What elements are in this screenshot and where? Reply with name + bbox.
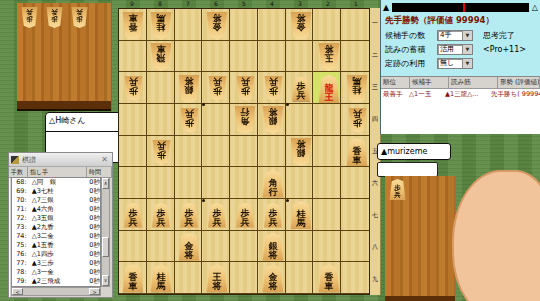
kifu-row-77[interactable]: 77:▲3三歩0秒 [12, 259, 100, 268]
file-label-2: 2 [314, 0, 342, 8]
piece-kanji: 兵 [213, 218, 222, 227]
board-square-4-1[interactable] [258, 9, 286, 41]
piece-kanji: 飛 [157, 53, 166, 62]
kifu-window-icon [11, 156, 19, 164]
board-square-9-5[interactable] [119, 136, 147, 168]
kifu-vertical-scrollbar[interactable]: ∧ ∨ [101, 177, 110, 287]
board-square-5-1[interactable] [230, 9, 258, 41]
piece-kanji: 歩 [185, 118, 194, 127]
kifu-row-76[interactable]: 76:△1四歩0秒 [12, 250, 100, 259]
setting-joseki: 定跡の利用 無し ▼ [381, 56, 540, 70]
hoshi-dot-3 [202, 199, 205, 202]
kifu-move-number: 74: [12, 232, 28, 241]
kifu-move-number: 71: [12, 205, 28, 214]
gote-hand-pieces: 歩兵歩兵歩兵 [17, 3, 111, 28]
gote-piece-stand: 歩兵歩兵歩兵 [17, 3, 111, 109]
piece-kanji: 兵 [157, 141, 166, 150]
piece-kanji: 馬 [157, 13, 166, 22]
kifu-horizontal-scrollbar[interactable]: < > [11, 287, 101, 296]
piece-kanji: 馬 [353, 76, 362, 85]
file-label-4: 4 [258, 0, 286, 8]
kifu-move-text: ▲3七桂 [28, 187, 83, 196]
rank-label-2: 二 [370, 40, 380, 72]
accumulation-value: 活用 [438, 44, 462, 54]
kifu-window: 棋譜 ✕ 手数 指し手 時間 68:△同 銀0秒69:▲3七桂0秒70:△7三銀… [8, 152, 113, 298]
board-square-3-6[interactable] [286, 167, 314, 199]
file-label-3: 3 [286, 0, 314, 8]
scroll-left-icon[interactable]: < [12, 288, 23, 295]
kifu-row-72[interactable]: 72:△3五銀0秒 [12, 214, 100, 223]
piece-kanji: 兵 [26, 8, 33, 15]
piece-kanji: 歩 [26, 15, 33, 22]
piece-kanji: 兵 [269, 218, 278, 227]
analysis-panel: ▲ △ 先手勝勢（評価値 99994） 候補手の数 4手 ▼ 思考完了 読みの蓄… [380, 0, 540, 134]
kifu-move-number: 68: [12, 178, 28, 187]
hoshi-dot-1 [202, 103, 205, 106]
board-square-8-8[interactable] [147, 231, 175, 263]
kifu-move-text: △3二金 [28, 232, 83, 241]
gote-marker: △ [532, 3, 538, 12]
piece-kanji: 車 [129, 282, 138, 291]
file-label-6: 6 [202, 0, 230, 8]
piece-kanji: 行 [241, 107, 250, 116]
candidate-line: ▲1三龍△... [445, 89, 491, 100]
piece-kanji: 兵 [353, 109, 362, 118]
piece-kanji: 王 [325, 93, 334, 102]
col-rank: 順位 [381, 77, 410, 88]
hand-piece-gote-歩兵-2[interactable]: 歩兵 [46, 7, 63, 28]
piece-kanji: 兵 [185, 218, 194, 227]
board-square-6-5[interactable] [202, 136, 230, 168]
setting-accumulation: 読みの蓄積 活用 ▼ <Pro+11> [381, 42, 540, 56]
candidate-rank: 最善手 [381, 89, 409, 100]
kifu-row-71[interactable]: 71:▲4六角0秒 [12, 205, 100, 214]
gote-player-name: △H崎さん [46, 113, 122, 132]
kifu-move-text: ▲1五香 [28, 241, 83, 250]
piece-kanji: 桂 [353, 85, 362, 94]
piece-kanji: 兵 [185, 109, 194, 118]
kifu-row-78[interactable]: 78:△3一金0秒 [12, 268, 100, 277]
col-line: 読み筋 [449, 77, 498, 88]
board-square-1-1[interactable] [341, 9, 369, 41]
board-file-labels: 987654321 [118, 0, 370, 8]
board-square-8-4[interactable] [147, 104, 175, 136]
board-square-4-5[interactable] [258, 136, 286, 168]
chevron-down-icon[interactable]: ▼ [462, 59, 472, 68]
joseki-dropdown[interactable]: 無し ▼ [437, 58, 473, 69]
piece-kanji: 将 [213, 13, 222, 22]
kifu-move-time: 0秒 [82, 205, 100, 214]
piece-kanji: 玉 [325, 53, 334, 62]
evaluation-text: 先手勝勢（評価値 99994） [381, 12, 540, 28]
piece-kanji: 将 [185, 76, 194, 85]
kifu-move-time: 0秒 [82, 241, 100, 250]
board-square-4-2[interactable] [258, 41, 286, 73]
piece-kanji: 歩 [76, 15, 83, 22]
piece-kanji: 車 [325, 282, 334, 291]
rank-label-7: 七 [370, 199, 380, 231]
piece-kanji: 兵 [241, 77, 250, 86]
kifu-move-text: ▲3三歩 [28, 259, 83, 268]
board-square-8-6[interactable] [147, 167, 175, 199]
board-square-1-6[interactable] [341, 167, 369, 199]
file-label-9: 9 [118, 0, 146, 8]
setting-candidates-label: 候補手の数 [385, 30, 437, 41]
board-square-9-4[interactable] [119, 104, 147, 136]
piece-kanji: 銀 [269, 116, 278, 125]
kifu-move-time: 0秒 [82, 232, 100, 241]
piece-kanji: 将 [325, 44, 334, 53]
board-square-2-5[interactable] [313, 136, 341, 168]
setting-accumulation-label: 読みの蓄積 [385, 44, 437, 55]
piece-kanji: 馬 [297, 219, 306, 228]
hoshi-dot-4 [286, 199, 289, 202]
board-square-2-4[interactable] [313, 104, 341, 136]
piece-kanji: 兵 [297, 91, 306, 100]
sente-name-box: ▲murizeme [377, 143, 451, 160]
kifu-move-text: △同 銀 [28, 178, 83, 187]
evaluation-marker [463, 3, 465, 12]
kifu-move-time: 0秒 [82, 268, 100, 277]
piece-kanji: 車 [157, 44, 166, 53]
kifu-row-68[interactable]: 68:△同 銀0秒 [12, 178, 100, 187]
scroll-right-icon[interactable]: > [89, 288, 100, 295]
col-candidate: 候補手 [410, 77, 449, 88]
kifu-move-list[interactable]: 68:△同 銀0秒69:▲3七桂0秒70:△7三銀0秒71:▲4六角0秒72:△… [11, 177, 101, 287]
piece-kanji: 角 [241, 116, 250, 125]
piece-kanji: 兵 [76, 8, 83, 15]
kifu-move-text: △7三銀 [28, 196, 83, 205]
piece-kanji: 車 [353, 156, 362, 165]
piece-kanji: 兵 [269, 77, 278, 86]
board-square-2-7[interactable] [313, 199, 341, 231]
hand-piece-gote-歩兵-1[interactable]: 歩兵 [21, 7, 38, 28]
setting-candidates: 候補手の数 4手 ▼ 思考完了 [381, 28, 540, 42]
piece-kanji: 歩 [241, 86, 250, 95]
kifu-row-75[interactable]: 75:▲1五香0秒 [12, 241, 100, 250]
board-square-8-3[interactable] [147, 72, 175, 104]
piece-kanji: 将 [213, 282, 222, 291]
kifu-row-70[interactable]: 70:△7三銀0秒 [12, 196, 100, 205]
candidate-table-header: 順位 候補手 読み筋 形勢 (評価値) [381, 77, 540, 89]
scrollbar-thumb[interactable] [102, 237, 109, 257]
piece-kanji: 香 [129, 22, 138, 31]
board-square-9-6[interactable] [119, 167, 147, 199]
kifu-row-69[interactable]: 69:▲3七桂0秒 [12, 187, 100, 196]
sente-player-name: ▲murizeme [378, 144, 450, 159]
rank-label-9: 九 [370, 263, 380, 295]
kifu-col-move: 指し手 [28, 167, 87, 177]
kifu-move-number: 78: [12, 268, 28, 277]
rank-label-3: 三 [370, 72, 380, 104]
kifu-row-73[interactable]: 73:▲2九香0秒 [12, 223, 100, 232]
board-square-3-9[interactable] [286, 262, 314, 294]
joseki-value: 無し [438, 58, 462, 68]
board-square-3-8[interactable] [286, 231, 314, 263]
piece-kanji: 兵 [157, 218, 166, 227]
engine-level: <Pro+11> [483, 45, 526, 54]
accumulation-dropdown[interactable]: 活用 ▼ [437, 44, 473, 55]
file-label-8: 8 [146, 0, 174, 8]
sente-info-area [377, 162, 438, 177]
board-square-6-8[interactable] [202, 231, 230, 263]
piece-kanji: 将 [185, 251, 194, 260]
piece-kanji: 兵 [241, 218, 250, 227]
file-label-1: 1 [342, 0, 370, 8]
kifu-move-number: 69: [12, 187, 28, 196]
kifu-move-time: 0秒 [82, 223, 100, 232]
board-square-6-2[interactable] [202, 41, 230, 73]
board-square-5-5[interactable] [230, 136, 258, 168]
kifu-row-79[interactable]: 79:▲2三飛成0秒 [12, 277, 100, 286]
evaluation-bar-row: ▲ △ [381, 0, 540, 12]
sente-piece-stand: 歩兵 [385, 176, 455, 301]
piece-kanji: 歩 [51, 15, 58, 22]
piece-kanji: 銀 [185, 85, 194, 94]
kifu-move-text: ▲2九香 [28, 223, 83, 232]
chevron-down-icon[interactable]: ▼ [462, 31, 472, 40]
evaluation-bar [392, 3, 529, 12]
board-square-9-2[interactable] [119, 41, 147, 73]
board-square-1-7[interactable] [341, 199, 369, 231]
piece-kanji: 歩 [213, 86, 222, 95]
kifu-col-moveno: 手数 [9, 167, 28, 177]
rank-label-8: 八 [370, 231, 380, 263]
kifu-move-number: 76: [12, 250, 28, 259]
kifu-move-time: 0秒 [82, 178, 100, 187]
kifu-move-text: ▲4六角 [28, 205, 83, 214]
kifu-move-time: 0秒 [82, 187, 100, 196]
board-square-7-5[interactable] [175, 136, 203, 168]
file-label-5: 5 [230, 0, 258, 8]
shogi-board: 香車桂馬金将金将飛車玉将歩兵銀将歩兵歩兵歩兵歩兵龍王桂馬歩兵角行銀将歩兵歩兵銀将… [118, 8, 370, 295]
kifu-window-title: 棋譜 [22, 155, 99, 165]
piece-kanji: 将 [269, 282, 278, 291]
col-eval: 形勢 (評価値) [498, 77, 540, 88]
board-square-3-2[interactable] [286, 41, 314, 73]
board-square-6-6[interactable] [202, 167, 230, 199]
candidate-move: △1一玉 [409, 89, 445, 100]
piece-kanji: 兵 [129, 218, 138, 227]
board-square-2-8[interactable] [313, 231, 341, 263]
board-square-1-8[interactable] [341, 231, 369, 263]
piece-kanji: 金 [213, 22, 222, 31]
piece-kanji: 将 [269, 107, 278, 116]
candidates-dropdown[interactable]: 4手 ▼ [437, 30, 473, 41]
scroll-up-icon[interactable]: ∧ [102, 178, 109, 189]
piece-kanji: 兵 [51, 8, 58, 15]
board-square-7-9[interactable] [175, 262, 203, 294]
kifu-move-number: 79: [12, 277, 28, 286]
piece-kanji: 兵 [213, 77, 222, 86]
hoshi-dot-2 [286, 103, 289, 106]
board-square-5-2[interactable] [230, 41, 258, 73]
board-square-1-9[interactable] [341, 262, 369, 294]
file-label-7: 7 [174, 0, 202, 8]
kifu-col-time: 時間 [87, 167, 112, 177]
piece-kanji: 桂 [157, 22, 166, 31]
piece-kanji: 金 [297, 22, 306, 31]
sente-hand-pieces: 歩兵 [385, 176, 455, 200]
board-square-5-6[interactable] [230, 167, 258, 199]
kifu-move-time: 0秒 [82, 214, 100, 223]
setting-joseki-label: 定跡の利用 [385, 58, 437, 69]
piece-kanji: 歩 [269, 86, 278, 95]
piece-kanji: 車 [129, 13, 138, 22]
kifu-move-time: 0秒 [82, 250, 100, 259]
thinking-status: 思考完了 [483, 30, 515, 41]
hand-piece-sente-歩兵-1[interactable]: 歩兵 [389, 179, 406, 200]
piece-kanji: 将 [297, 13, 306, 22]
avatar [452, 170, 540, 301]
hand-piece-gote-歩兵-3[interactable]: 歩兵 [71, 7, 88, 28]
kifu-move-number: 75: [12, 241, 28, 250]
kifu-move-text: △3五銀 [28, 214, 83, 223]
candidates-value: 4手 [438, 30, 462, 40]
board-square-6-4[interactable] [202, 104, 230, 136]
kifu-move-number: 72: [12, 214, 28, 223]
scroll-down-icon[interactable]: ∨ [102, 275, 109, 286]
kifu-move-number: 73: [12, 223, 28, 232]
rank-label-1: 一 [370, 8, 380, 40]
candidate-eval: 先手勝ち( 99994) [491, 89, 540, 100]
piece-kanji: 行 [269, 188, 278, 197]
board-square-2-6[interactable] [313, 167, 341, 199]
piece-kanji: 兵 [394, 192, 401, 199]
kifu-move-time: 0秒 [82, 196, 100, 205]
kifu-move-text: △3一金 [28, 268, 83, 277]
candidate-table: 順位 候補手 読み筋 形勢 (評価値) 最善手 △1一玉 ▲1三龍△... 先手… [381, 76, 540, 134]
board-square-3-4[interactable] [286, 104, 314, 136]
kifu-move-time: 0秒 [82, 259, 100, 268]
board-square-9-8[interactable] [119, 231, 147, 263]
kifu-move-text: ▲2三飛成 [28, 277, 83, 286]
kifu-row-74[interactable]: 74:△3二金0秒 [12, 232, 100, 241]
board-square-7-1[interactable] [175, 9, 203, 41]
board-square-2-1[interactable] [313, 9, 341, 41]
piece-kanji: 兵 [129, 77, 138, 86]
piece-kanji: 将 [269, 251, 278, 260]
piece-kanji: 馬 [157, 282, 166, 291]
piece-kanji: 歩 [129, 86, 138, 95]
kifu-titlebar[interactable]: 棋譜 ✕ [9, 153, 112, 167]
sente-marker: ▲ [383, 3, 389, 12]
rank-label-4: 四 [370, 104, 380, 136]
board-square-7-2[interactable] [175, 41, 203, 73]
piece-kanji: 歩 [353, 118, 362, 127]
kifu-move-text: △1四歩 [28, 250, 83, 259]
kifu-move-number: 70: [12, 196, 28, 205]
close-icon[interactable]: ✕ [99, 155, 110, 164]
piece-kanji: 将 [297, 139, 306, 148]
chevron-down-icon[interactable]: ▼ [462, 45, 472, 54]
board-square-7-6[interactable] [175, 167, 203, 199]
board-square-5-9[interactable] [230, 262, 258, 294]
candidate-row[interactable]: 最善手 △1一玉 ▲1三龍△... 先手勝ち( 99994) [381, 89, 540, 100]
piece-kanji: 銀 [297, 148, 306, 157]
kifu-move-number: 77: [12, 259, 28, 268]
board-square-5-8[interactable] [230, 231, 258, 263]
board-square-1-2[interactable] [341, 41, 369, 73]
kifu-move-time: 0秒 [82, 277, 100, 286]
